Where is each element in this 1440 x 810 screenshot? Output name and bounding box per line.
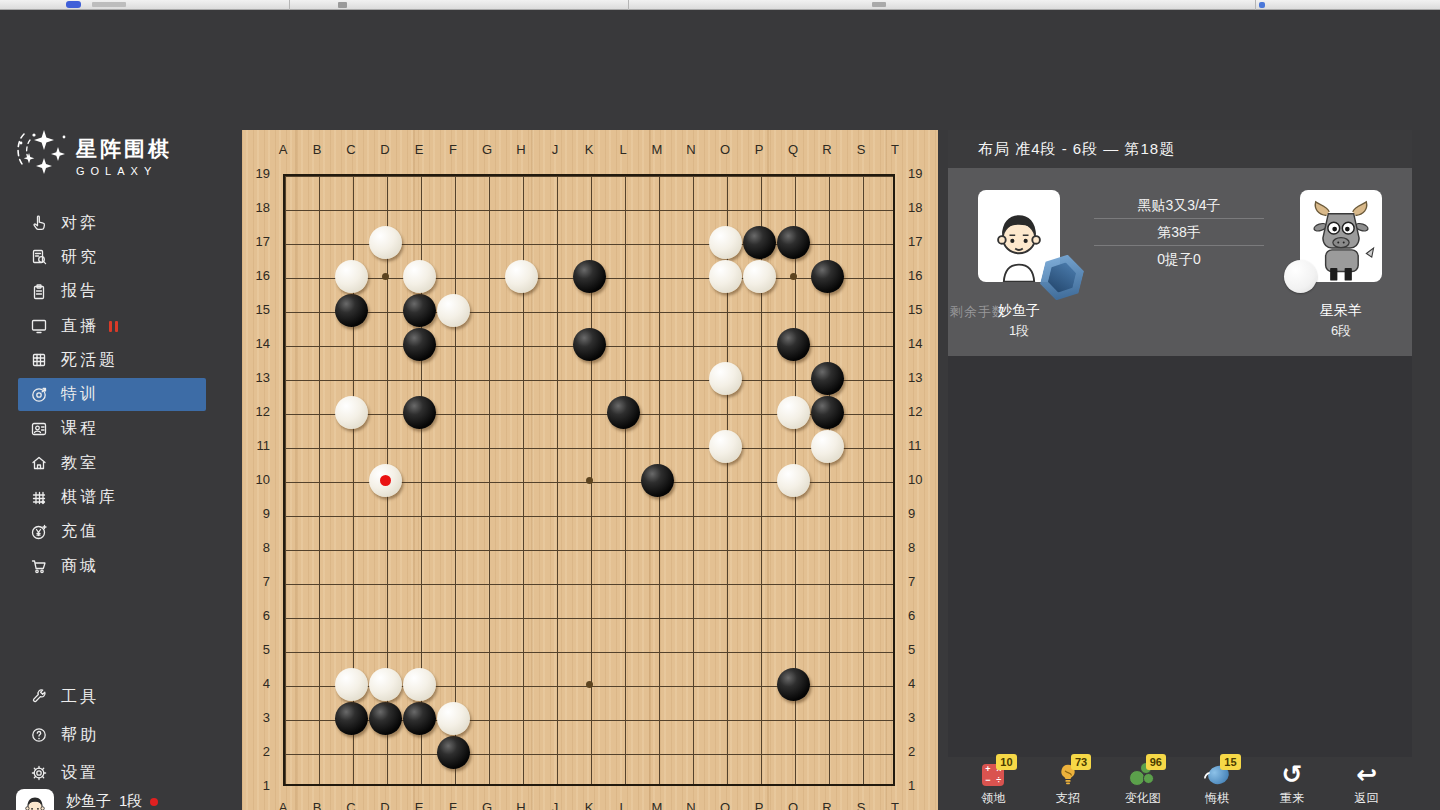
- col-label-bottom-G: G: [478, 800, 496, 810]
- black-stone-P17: [743, 226, 776, 259]
- hand-pointer-icon: [30, 214, 48, 232]
- cart-icon: [30, 557, 48, 575]
- row-label-right-17: 17: [908, 234, 936, 249]
- komi-label: 黑贴3又3/4子: [1094, 192, 1264, 219]
- row-label-left-15: 15: [242, 302, 270, 317]
- white-stone-O11: [709, 430, 742, 463]
- row-label-right-13: 13: [908, 370, 936, 385]
- sidebar-item-label: 直播: [61, 316, 99, 337]
- sidebar-item-courses[interactable]: 课程: [0, 412, 240, 446]
- row-label-left-7: 7: [242, 574, 270, 589]
- col-label-bottom-N: N: [682, 800, 700, 810]
- row-label-right-12: 12: [908, 404, 936, 419]
- back-button[interactable]: ↩返回: [1335, 761, 1399, 807]
- black-stone-E14: [403, 328, 436, 361]
- row-label-right-3: 3: [908, 710, 936, 725]
- col-label-top-R: R: [818, 142, 836, 157]
- app-logo: 星阵围棋 GOLAXY: [14, 128, 172, 184]
- white-stone-D10: [369, 464, 402, 497]
- sidebar-item-label: 对弈: [61, 213, 99, 234]
- sidebar-item-label: 死活题: [61, 350, 118, 371]
- white-stone-E16: [403, 260, 436, 293]
- browser-favicon: [66, 1, 81, 8]
- col-label-bottom-D: D: [376, 800, 394, 810]
- sidebar-item-help[interactable]: 帮助: [0, 716, 240, 754]
- row-label-right-9: 9: [908, 506, 936, 521]
- white-stone-F15: [437, 294, 470, 327]
- row-label-right-8: 8: [908, 540, 936, 555]
- row-label-left-8: 8: [242, 540, 270, 555]
- browser-tab-strip[interactable]: [0, 0, 1440, 10]
- col-label-bottom-M: M: [648, 800, 666, 810]
- row-label-right-14: 14: [908, 336, 936, 351]
- user-name: 妙鱼子: [66, 792, 111, 810]
- row-label-left-19: 19: [242, 166, 270, 181]
- row-label-left-12: 12: [242, 404, 270, 419]
- app-subtitle: GOLAXY: [76, 165, 172, 177]
- col-label-top-H: H: [512, 142, 530, 157]
- row-label-right-4: 4: [908, 676, 936, 691]
- col-label-bottom-R: R: [818, 800, 836, 810]
- black-stone-E15: [403, 294, 436, 327]
- row-label-left-5: 5: [242, 642, 270, 657]
- col-label-bottom-A: A: [274, 800, 292, 810]
- count-badge: 73: [1071, 754, 1091, 770]
- row-label-right-18: 18: [908, 200, 936, 215]
- col-label-top-B: B: [308, 142, 326, 157]
- black-stone-Q4: [777, 668, 810, 701]
- sidebar-item-label: 工具: [61, 687, 99, 708]
- user-rank: 1段: [119, 792, 142, 810]
- game-info-panel: 布局 准4段 - 6段 — 第18题 黑贴3又3/4子 第38手 0提子0: [948, 130, 1412, 810]
- live-indicator-icon: [109, 321, 118, 332]
- golaxy-stars-icon: [14, 128, 70, 184]
- sidebar-item-settings[interactable]: 设置: [0, 754, 240, 792]
- white-stone-R11: [811, 430, 844, 463]
- sidebar-item-training[interactable]: 特训: [0, 377, 240, 411]
- col-label-top-S: S: [852, 142, 870, 157]
- target-icon: [30, 386, 48, 404]
- white-stone-C4: [335, 668, 368, 701]
- row-label-left-16: 16: [242, 268, 270, 283]
- tab-icon: [872, 2, 886, 7]
- col-label-top-T: T: [886, 142, 904, 157]
- tab-icon: [1259, 2, 1265, 8]
- col-label-bottom-H: H: [512, 800, 530, 810]
- sidebar-item-label: 教室: [61, 453, 99, 474]
- white-stone-E4: [403, 668, 436, 701]
- col-label-bottom-P: P: [750, 800, 768, 810]
- row-label-left-1: 1: [242, 778, 270, 793]
- app-title: 星阵围棋: [76, 135, 172, 163]
- monitor-icon: [30, 317, 48, 335]
- col-label-bottom-O: O: [716, 800, 734, 810]
- sidebar-menu: 对弈研究报告直播死活题特训课程教室棋谱库充值商城: [0, 206, 240, 583]
- white-stone-H16: [505, 260, 538, 293]
- white-stone-indicator-icon: [1284, 260, 1317, 293]
- row-label-right-16: 16: [908, 268, 936, 283]
- gear-icon: [30, 764, 48, 782]
- row-label-right-5: 5: [908, 642, 936, 657]
- row-label-left-14: 14: [242, 336, 270, 351]
- col-label-top-L: L: [614, 142, 632, 157]
- online-status-dot: [150, 798, 158, 806]
- white-player-name: 星呆羊: [1300, 302, 1382, 320]
- black-player-name: 妙鱼子: [978, 302, 1060, 320]
- row-label-left-2: 2: [242, 744, 270, 759]
- count-badge: 15: [1220, 754, 1240, 770]
- sidebar-user[interactable]: 妙鱼子 1段 星阵号：61157977: [16, 789, 167, 810]
- territory-button[interactable]: +×−÷领地10: [961, 761, 1025, 807]
- sidebar-item-label: 课程: [61, 418, 99, 439]
- col-label-bottom-E: E: [410, 800, 428, 810]
- return-icon: ↩: [1356, 761, 1377, 789]
- toolbar-button-label: 悔棋: [1205, 790, 1229, 807]
- captures-label: 0提子0: [1094, 246, 1264, 273]
- yen-circle-icon: [30, 523, 48, 541]
- black-stone-F2: [437, 736, 470, 769]
- sidebar-item-tools[interactable]: 工具: [0, 678, 240, 716]
- black-stone-Q14: [777, 328, 810, 361]
- col-label-bottom-B: B: [308, 800, 326, 810]
- row-label-right-6: 6: [908, 608, 936, 623]
- wrench-icon: [30, 688, 48, 706]
- board-stones-grid: [266, 157, 912, 803]
- sidebar-item-label: 报告: [61, 281, 99, 302]
- toolbar-button-label: 支招: [1056, 790, 1080, 807]
- tab-divider: [1255, 0, 1256, 10]
- black-stone-K16: [573, 260, 606, 293]
- tab-icon: [338, 2, 347, 8]
- row-label-left-3: 3: [242, 710, 270, 725]
- black-player-rank: 1段: [978, 322, 1060, 340]
- black-stone-K14: [573, 328, 606, 361]
- board-problem-icon: [30, 351, 48, 369]
- variation-button[interactable]: 变化图96: [1111, 761, 1175, 807]
- sidebar-item-research[interactable]: 研究: [0, 240, 240, 274]
- question-icon: [30, 726, 48, 744]
- black-stone-M10: [641, 464, 674, 497]
- col-label-top-G: G: [478, 142, 496, 157]
- house-icon: [30, 454, 48, 472]
- go-board[interactable]: AABBCCDDEEFFGGHHJJKKLLMMNNOOPPQQRRSSTT19…: [242, 130, 938, 810]
- row-label-left-9: 9: [242, 506, 270, 521]
- sidebar-item-live[interactable]: 直播: [0, 309, 240, 343]
- col-label-bottom-F: F: [444, 800, 462, 810]
- match-info: 黑贴3又3/4子 第38手 0提子0: [1094, 192, 1264, 273]
- col-label-bottom-L: L: [614, 800, 632, 810]
- white-stone-C12: [335, 396, 368, 429]
- restart-button[interactable]: ↺重来: [1260, 761, 1324, 807]
- black-stone-C15: [335, 294, 368, 327]
- row-label-left-6: 6: [242, 608, 270, 623]
- col-label-bottom-J: J: [546, 800, 564, 810]
- sidebar-item-label: 设置: [61, 763, 99, 784]
- white-stone-Q10: [777, 464, 810, 497]
- sidebar-item-label: 棋谱库: [61, 487, 118, 508]
- col-label-top-M: M: [648, 142, 666, 157]
- white-stone-F3: [437, 702, 470, 735]
- col-label-top-D: D: [376, 142, 394, 157]
- col-label-top-K: K: [580, 142, 598, 157]
- row-label-right-10: 10: [908, 472, 936, 487]
- white-stone-O17: [709, 226, 742, 259]
- col-label-top-E: E: [410, 142, 428, 157]
- undo-button[interactable]: 悔棋15: [1185, 761, 1249, 807]
- col-label-top-Q: Q: [784, 142, 802, 157]
- sidebar-item-game-library[interactable]: 棋谱库: [0, 480, 240, 514]
- bottom-toolbar: +×−÷领地10支招73变化图96悔棋15↺重来↩返回: [948, 757, 1412, 810]
- col-label-top-J: J: [546, 142, 564, 157]
- white-stone-Q12: [777, 396, 810, 429]
- row-label-right-19: 19: [908, 166, 936, 181]
- hint-button[interactable]: 支招73: [1036, 761, 1100, 807]
- sidebar-item-label: 特训: [61, 384, 99, 405]
- toolbar-button-label: 返回: [1355, 790, 1379, 807]
- restart-icon: ↺: [1281, 761, 1302, 789]
- sidebar-item-mall[interactable]: 商城: [0, 549, 240, 583]
- row-label-left-18: 18: [242, 200, 270, 215]
- col-label-bottom-S: S: [852, 800, 870, 810]
- col-label-bottom-Q: Q: [784, 800, 802, 810]
- black-stone-E12: [403, 396, 436, 429]
- black-stone-R13: [811, 362, 844, 395]
- row-label-left-11: 11: [242, 438, 270, 453]
- sidebar: 星阵围棋 GOLAXY 对弈研究报告直播死活题特训课程教室棋谱库充值商城 工具帮…: [0, 10, 240, 810]
- black-stone-C3: [335, 702, 368, 735]
- sidebar-item-classroom[interactable]: 教室: [0, 446, 240, 480]
- sidebar-item-tsumego[interactable]: 死活题: [0, 343, 240, 377]
- sidebar-item-label: 研究: [61, 247, 99, 268]
- sidebar-item-play[interactable]: 对弈: [0, 206, 240, 240]
- sidebar-item-recharge[interactable]: 充值: [0, 515, 240, 549]
- black-stone-L12: [607, 396, 640, 429]
- sidebar-item-label: 帮助: [61, 725, 99, 746]
- toolbar-button-label: 重来: [1280, 790, 1304, 807]
- row-label-left-17: 17: [242, 234, 270, 249]
- players-card: 黑贴3又3/4子 第38手 0提子0 剩余手: [948, 168, 1412, 356]
- doc-search-icon: [30, 248, 48, 266]
- black-stone-E3: [403, 702, 436, 735]
- puzzle-title: 布局 准4段 - 6段 — 第18题: [948, 130, 1412, 168]
- col-label-top-N: N: [682, 142, 700, 157]
- move-number-label: 第38手: [1094, 219, 1264, 246]
- row-label-left-4: 4: [242, 676, 270, 691]
- sidebar-item-label: 商城: [61, 556, 99, 577]
- tab-divider: [628, 0, 629, 10]
- clipboard-icon: [30, 283, 48, 301]
- black-stone-Q17: [777, 226, 810, 259]
- last-move-marker: [380, 475, 391, 486]
- row-label-right-11: 11: [908, 438, 936, 453]
- row-label-left-13: 13: [242, 370, 270, 385]
- col-label-bottom-C: C: [342, 800, 360, 810]
- person-card-icon: [30, 420, 48, 438]
- row-label-right-1: 1: [908, 778, 936, 793]
- col-label-bottom-T: T: [886, 800, 904, 810]
- toolbar-button-label: 领地: [981, 790, 1005, 807]
- sidebar-item-label: 充值: [61, 521, 99, 542]
- user-avatar: [16, 789, 54, 810]
- row-label-right-7: 7: [908, 574, 936, 589]
- white-player-rank: 6段: [1300, 322, 1382, 340]
- sidebar-item-report[interactable]: 报告: [0, 275, 240, 309]
- row-label-right-15: 15: [908, 302, 936, 317]
- white-stone-D4: [369, 668, 402, 701]
- white-stone-O13: [709, 362, 742, 395]
- col-label-top-A: A: [274, 142, 292, 157]
- panel-body: [948, 356, 1412, 757]
- grid-board-icon: [30, 489, 48, 507]
- tab-divider: [289, 0, 290, 10]
- col-label-top-C: C: [342, 142, 360, 157]
- white-stone-D17: [369, 226, 402, 259]
- sidebar-footer-menu: 工具帮助设置: [0, 678, 240, 792]
- col-label-top-O: O: [716, 142, 734, 157]
- count-badge: 96: [1146, 754, 1166, 770]
- white-stone-O16: [709, 260, 742, 293]
- col-label-top-F: F: [444, 142, 462, 157]
- black-stone-R12: [811, 396, 844, 429]
- black-stone-R16: [811, 260, 844, 293]
- row-label-right-2: 2: [908, 744, 936, 759]
- white-stone-P16: [743, 260, 776, 293]
- row-label-left-10: 10: [242, 472, 270, 487]
- black-stone-D3: [369, 702, 402, 735]
- white-stone-C16: [335, 260, 368, 293]
- col-label-bottom-K: K: [580, 800, 598, 810]
- tab-title-placeholder: [92, 2, 126, 7]
- col-label-top-P: P: [750, 142, 768, 157]
- toolbar-button-label: 变化图: [1125, 790, 1161, 807]
- count-badge: 10: [996, 754, 1016, 770]
